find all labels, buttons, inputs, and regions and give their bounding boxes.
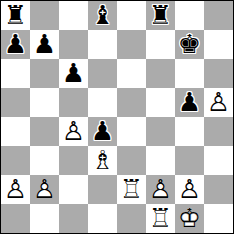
square-e8[interactable] [117,1,146,30]
square-h3[interactable] [204,146,233,175]
square-h6[interactable] [204,59,233,88]
piece-glyph-outline: ♗ [88,146,117,175]
square-a2[interactable]: ♟♙ [1,175,30,204]
piece-black-pawn: ♟ [88,117,117,146]
square-c6[interactable]: ♟ [59,59,88,88]
piece-white-pawn: ♟♙ [59,117,88,146]
square-c7[interactable] [59,30,88,59]
piece-black-king: ♚ [175,30,204,59]
piece-glyph-outline: ♙ [146,175,175,204]
square-a8[interactable]: ♜ [1,1,30,30]
piece-black-rook: ♜ [146,1,175,30]
square-d7[interactable] [88,30,117,59]
square-d1[interactable] [88,204,117,233]
square-e4[interactable] [117,117,146,146]
square-d2[interactable] [88,175,117,204]
square-e3[interactable] [117,146,146,175]
square-h2[interactable] [204,175,233,204]
square-g7[interactable]: ♚ [175,30,204,59]
piece-white-pawn: ♟♙ [30,175,59,204]
square-e2[interactable]: ♜♖ [117,175,146,204]
square-a7[interactable]: ♟ [1,30,30,59]
square-f8[interactable]: ♜ [146,1,175,30]
piece-white-rook: ♜♖ [117,175,146,204]
square-e1[interactable] [117,204,146,233]
square-f6[interactable] [146,59,175,88]
square-h7[interactable] [204,30,233,59]
square-d3[interactable]: ♝♗ [88,146,117,175]
square-b6[interactable] [30,59,59,88]
square-f5[interactable] [146,88,175,117]
piece-glyph-outline: ♔ [175,204,204,233]
piece-white-pawn: ♟♙ [146,175,175,204]
piece-black-rook: ♜ [1,1,30,30]
square-e7[interactable] [117,30,146,59]
square-g6[interactable] [175,59,204,88]
square-a3[interactable] [1,146,30,175]
square-c3[interactable] [59,146,88,175]
piece-glyph-outline: ♙ [59,117,88,146]
square-a6[interactable] [1,59,30,88]
piece-black-pawn: ♟ [1,30,30,59]
square-f2[interactable]: ♟♙ [146,175,175,204]
piece-glyph-outline: ♖ [146,204,175,233]
chess-board: ♜♝♜♟♟♚♟♟♟♙♟♙♟♝♗♟♙♟♙♜♖♟♙♟♙♜♖♚♔ [0,0,234,234]
square-c5[interactable] [59,88,88,117]
piece-white-king: ♚♔ [175,204,204,233]
square-b4[interactable] [30,117,59,146]
square-d4[interactable]: ♟ [88,117,117,146]
square-d8[interactable]: ♝ [88,1,117,30]
piece-white-rook: ♜♖ [146,204,175,233]
square-b8[interactable] [30,1,59,30]
square-b7[interactable]: ♟ [30,30,59,59]
square-f4[interactable] [146,117,175,146]
square-h4[interactable] [204,117,233,146]
square-e6[interactable] [117,59,146,88]
piece-white-pawn: ♟♙ [204,88,233,117]
square-g1[interactable]: ♚♔ [175,204,204,233]
square-d5[interactable] [88,88,117,117]
square-c4[interactable]: ♟♙ [59,117,88,146]
piece-black-bishop: ♝ [88,1,117,30]
piece-black-pawn: ♟ [59,59,88,88]
piece-glyph-outline: ♙ [204,88,233,117]
piece-glyph-outline: ♙ [175,175,204,204]
piece-white-bishop: ♝♗ [88,146,117,175]
square-a5[interactable] [1,88,30,117]
piece-black-pawn: ♟ [175,88,204,117]
square-b3[interactable] [30,146,59,175]
square-h1[interactable] [204,204,233,233]
square-b1[interactable] [30,204,59,233]
square-c2[interactable] [59,175,88,204]
square-g4[interactable] [175,117,204,146]
square-g5[interactable]: ♟ [175,88,204,117]
square-h8[interactable] [204,1,233,30]
piece-glyph-outline: ♖ [117,175,146,204]
piece-white-pawn: ♟♙ [1,175,30,204]
square-c1[interactable] [59,204,88,233]
square-h5[interactable]: ♟♙ [204,88,233,117]
square-g3[interactable] [175,146,204,175]
square-f7[interactable] [146,30,175,59]
square-d6[interactable] [88,59,117,88]
piece-glyph-outline: ♙ [1,175,30,204]
square-g2[interactable]: ♟♙ [175,175,204,204]
square-g8[interactable] [175,1,204,30]
piece-glyph-outline: ♙ [30,175,59,204]
square-e5[interactable] [117,88,146,117]
square-a1[interactable] [1,204,30,233]
piece-white-pawn: ♟♙ [175,175,204,204]
piece-black-pawn: ♟ [30,30,59,59]
square-f3[interactable] [146,146,175,175]
square-a4[interactable] [1,117,30,146]
square-b5[interactable] [30,88,59,117]
square-f1[interactable]: ♜♖ [146,204,175,233]
square-b2[interactable]: ♟♙ [30,175,59,204]
square-c8[interactable] [59,1,88,30]
